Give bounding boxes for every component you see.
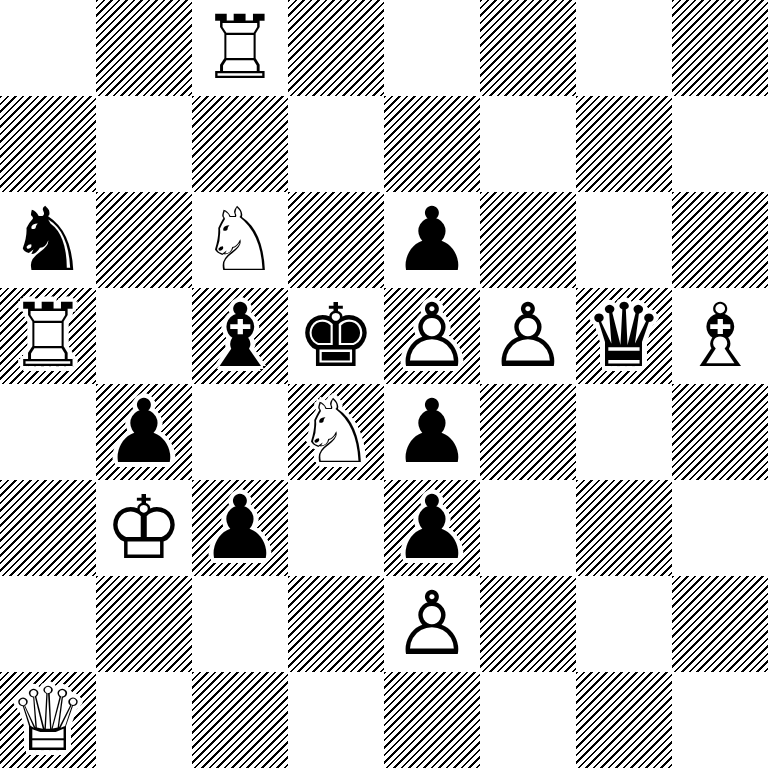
square-c8[interactable]: ♜♖ — [192, 0, 288, 96]
white-knight-outline-glyph: ♘ — [192, 192, 288, 288]
square-g4[interactable] — [576, 384, 672, 480]
white-queen-outline-glyph: ♕ — [0, 672, 96, 768]
square-f5[interactable]: ♟♙ — [480, 288, 576, 384]
square-c6[interactable]: ♞♘ — [192, 192, 288, 288]
square-g7[interactable] — [576, 96, 672, 192]
black-pawn-glyph: ♟ — [384, 192, 480, 288]
square-d2[interactable] — [288, 576, 384, 672]
square-h1[interactable] — [672, 672, 768, 768]
black-king-glyph: ♚ — [288, 288, 384, 384]
square-a1[interactable]: ♛♕ — [0, 672, 96, 768]
piece-white-pawn[interactable]: ♟♙ — [480, 288, 576, 384]
square-f1[interactable] — [480, 672, 576, 768]
chess-board: ♜♖♞♞♘♟♜♖♝♚♟♙♟♙♛♝♗♟♞♘♟♚♔♟♟♟♙♛♕ — [0, 0, 768, 768]
square-e8[interactable] — [384, 0, 480, 96]
square-g3[interactable] — [576, 480, 672, 576]
square-h2[interactable] — [672, 576, 768, 672]
square-f8[interactable] — [480, 0, 576, 96]
square-d7[interactable] — [288, 96, 384, 192]
white-pawn-outline-glyph: ♙ — [384, 576, 480, 672]
square-d6[interactable] — [288, 192, 384, 288]
piece-black-pawn[interactable]: ♟ — [384, 384, 480, 480]
white-king-outline-glyph: ♔ — [96, 480, 192, 576]
black-pawn-glyph: ♟ — [192, 480, 288, 576]
square-b4[interactable]: ♟ — [96, 384, 192, 480]
square-c2[interactable] — [192, 576, 288, 672]
white-bishop-outline-glyph: ♗ — [672, 288, 768, 384]
square-e6[interactable]: ♟ — [384, 192, 480, 288]
piece-black-bishop[interactable]: ♝ — [192, 288, 288, 384]
square-d8[interactable] — [288, 0, 384, 96]
piece-white-bishop[interactable]: ♝♗ — [672, 288, 768, 384]
piece-black-pawn[interactable]: ♟ — [96, 384, 192, 480]
black-bishop-glyph: ♝ — [192, 288, 288, 384]
square-c5[interactable]: ♝ — [192, 288, 288, 384]
square-h8[interactable] — [672, 0, 768, 96]
square-b8[interactable] — [96, 0, 192, 96]
black-pawn-glyph: ♟ — [96, 384, 192, 480]
square-b1[interactable] — [96, 672, 192, 768]
square-b7[interactable] — [96, 96, 192, 192]
square-h3[interactable] — [672, 480, 768, 576]
square-c3[interactable]: ♟ — [192, 480, 288, 576]
square-g1[interactable] — [576, 672, 672, 768]
piece-white-knight[interactable]: ♞♘ — [288, 384, 384, 480]
square-f7[interactable] — [480, 96, 576, 192]
square-d5[interactable]: ♚ — [288, 288, 384, 384]
square-g8[interactable] — [576, 0, 672, 96]
piece-black-pawn[interactable]: ♟ — [192, 480, 288, 576]
square-a7[interactable] — [0, 96, 96, 192]
square-a4[interactable] — [0, 384, 96, 480]
square-c1[interactable] — [192, 672, 288, 768]
square-f6[interactable] — [480, 192, 576, 288]
square-a5[interactable]: ♜♖ — [0, 288, 96, 384]
square-b3[interactable]: ♚♔ — [96, 480, 192, 576]
piece-white-queen[interactable]: ♛♕ — [0, 672, 96, 768]
square-b6[interactable] — [96, 192, 192, 288]
square-a2[interactable] — [0, 576, 96, 672]
black-knight-glyph: ♞ — [0, 192, 96, 288]
square-h5[interactable]: ♝♗ — [672, 288, 768, 384]
white-knight-outline-glyph: ♘ — [288, 384, 384, 480]
square-e7[interactable] — [384, 96, 480, 192]
white-rook-outline-glyph: ♖ — [0, 288, 96, 384]
piece-white-rook[interactable]: ♜♖ — [0, 288, 96, 384]
square-c7[interactable] — [192, 96, 288, 192]
square-c4[interactable] — [192, 384, 288, 480]
square-b5[interactable] — [96, 288, 192, 384]
white-pawn-outline-glyph: ♙ — [384, 288, 480, 384]
square-a3[interactable] — [0, 480, 96, 576]
square-h4[interactable] — [672, 384, 768, 480]
piece-white-pawn[interactable]: ♟♙ — [384, 576, 480, 672]
white-pawn-outline-glyph: ♙ — [480, 288, 576, 384]
square-d3[interactable] — [288, 480, 384, 576]
square-f4[interactable] — [480, 384, 576, 480]
square-e4[interactable]: ♟ — [384, 384, 480, 480]
square-d4[interactable]: ♞♘ — [288, 384, 384, 480]
square-e1[interactable] — [384, 672, 480, 768]
black-pawn-glyph: ♟ — [384, 384, 480, 480]
piece-white-rook[interactable]: ♜♖ — [192, 0, 288, 96]
square-f2[interactable] — [480, 576, 576, 672]
piece-white-knight[interactable]: ♞♘ — [192, 192, 288, 288]
piece-white-pawn[interactable]: ♟♙ — [384, 288, 480, 384]
square-a6[interactable]: ♞ — [0, 192, 96, 288]
piece-black-king[interactable]: ♚ — [288, 288, 384, 384]
square-b2[interactable] — [96, 576, 192, 672]
square-g6[interactable] — [576, 192, 672, 288]
square-e2[interactable]: ♟♙ — [384, 576, 480, 672]
square-h6[interactable] — [672, 192, 768, 288]
piece-black-knight[interactable]: ♞ — [0, 192, 96, 288]
piece-black-queen[interactable]: ♛ — [576, 288, 672, 384]
square-g2[interactable] — [576, 576, 672, 672]
square-d1[interactable] — [288, 672, 384, 768]
white-rook-outline-glyph: ♖ — [192, 0, 288, 96]
square-a8[interactable] — [0, 0, 96, 96]
square-h7[interactable] — [672, 96, 768, 192]
piece-black-pawn[interactable]: ♟ — [384, 480, 480, 576]
square-e3[interactable]: ♟ — [384, 480, 480, 576]
black-pawn-glyph: ♟ — [384, 480, 480, 576]
square-f3[interactable] — [480, 480, 576, 576]
piece-black-pawn[interactable]: ♟ — [384, 192, 480, 288]
piece-white-king[interactable]: ♚♔ — [96, 480, 192, 576]
black-queen-glyph: ♛ — [576, 288, 672, 384]
square-e5[interactable]: ♟♙ — [384, 288, 480, 384]
square-g5[interactable]: ♛ — [576, 288, 672, 384]
